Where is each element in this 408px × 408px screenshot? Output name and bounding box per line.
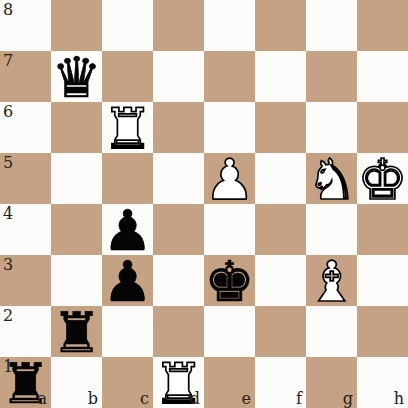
square-g8[interactable]	[306, 0, 357, 51]
file-label-h: h	[394, 391, 404, 407]
rank-label-4: 4	[3, 206, 13, 222]
square-b5[interactable]	[51, 153, 102, 204]
square-c5[interactable]	[102, 153, 153, 204]
file-label-c: c	[140, 391, 149, 407]
white-king-h5[interactable]: ♚	[357, 152, 407, 208]
square-a3[interactable]: 3	[0, 255, 51, 306]
rank-label-3: 3	[3, 257, 13, 273]
square-d4[interactable]	[153, 204, 204, 255]
square-c1[interactable]: c	[102, 357, 153, 408]
square-d1[interactable]: ♜d	[153, 357, 204, 408]
square-e8[interactable]	[204, 0, 255, 51]
square-h7[interactable]	[357, 51, 408, 102]
black-king-e3[interactable]: ♚	[204, 254, 254, 310]
file-label-b: b	[88, 391, 98, 407]
square-e1[interactable]: e	[204, 357, 255, 408]
square-e2[interactable]	[204, 306, 255, 357]
chess-board: 87♛6♜5♟♞♚4♟3♟♚♝2♜♜1abc♜defgh	[0, 0, 408, 408]
square-f8[interactable]	[255, 0, 306, 51]
square-h3[interactable]	[357, 255, 408, 306]
square-a2[interactable]: 2	[0, 306, 51, 357]
white-rook-c6[interactable]: ♜	[102, 101, 152, 157]
rank-label-6: 6	[3, 104, 13, 120]
file-label-g: g	[343, 391, 353, 407]
square-g4[interactable]	[306, 204, 357, 255]
square-f6[interactable]	[255, 102, 306, 153]
square-a5[interactable]: 5	[0, 153, 51, 204]
square-d6[interactable]	[153, 102, 204, 153]
square-e6[interactable]	[204, 102, 255, 153]
black-rook-a1[interactable]: ♜	[0, 356, 50, 408]
black-rook-b2[interactable]: ♜	[51, 305, 101, 361]
white-rook-d1[interactable]: ♜	[153, 356, 203, 408]
square-f2[interactable]	[255, 306, 306, 357]
square-b6[interactable]	[51, 102, 102, 153]
square-f7[interactable]	[255, 51, 306, 102]
square-d8[interactable]	[153, 0, 204, 51]
square-g6[interactable]	[306, 102, 357, 153]
square-e7[interactable]	[204, 51, 255, 102]
square-d5[interactable]	[153, 153, 204, 204]
square-h6[interactable]	[357, 102, 408, 153]
square-h2[interactable]	[357, 306, 408, 357]
square-e4[interactable]	[204, 204, 255, 255]
square-a8[interactable]: 8	[0, 0, 51, 51]
square-d3[interactable]	[153, 255, 204, 306]
square-b7[interactable]: ♛	[51, 51, 102, 102]
square-f3[interactable]	[255, 255, 306, 306]
file-label-e: e	[242, 391, 251, 407]
square-b1[interactable]: b	[51, 357, 102, 408]
square-h1[interactable]: h	[357, 357, 408, 408]
square-h5[interactable]: ♚	[357, 153, 408, 204]
square-f1[interactable]: f	[255, 357, 306, 408]
square-g7[interactable]	[306, 51, 357, 102]
square-a1[interactable]: ♜1a	[0, 357, 51, 408]
square-e5[interactable]: ♟	[204, 153, 255, 204]
square-h4[interactable]	[357, 204, 408, 255]
file-label-f: f	[296, 391, 302, 407]
square-g1[interactable]: g	[306, 357, 357, 408]
rank-label-2: 2	[3, 308, 13, 324]
black-pawn-c3[interactable]: ♟	[102, 254, 152, 310]
square-c7[interactable]	[102, 51, 153, 102]
square-c2[interactable]	[102, 306, 153, 357]
square-b2[interactable]: ♜	[51, 306, 102, 357]
white-bishop-g3[interactable]: ♝	[306, 254, 356, 310]
square-a4[interactable]: 4	[0, 204, 51, 255]
square-c6[interactable]: ♜	[102, 102, 153, 153]
square-a7[interactable]: 7	[0, 51, 51, 102]
square-b4[interactable]	[51, 204, 102, 255]
white-knight-g5[interactable]: ♞	[306, 152, 356, 208]
black-queen-b7[interactable]: ♛	[51, 50, 101, 106]
square-a6[interactable]: 6	[0, 102, 51, 153]
square-c3[interactable]: ♟	[102, 255, 153, 306]
white-pawn-e5[interactable]: ♟	[204, 152, 254, 208]
square-f4[interactable]	[255, 204, 306, 255]
square-c8[interactable]	[102, 0, 153, 51]
square-g2[interactable]	[306, 306, 357, 357]
square-g5[interactable]: ♞	[306, 153, 357, 204]
square-d2[interactable]	[153, 306, 204, 357]
square-d7[interactable]	[153, 51, 204, 102]
rank-label-8: 8	[3, 2, 13, 18]
rank-label-7: 7	[3, 53, 13, 69]
rank-label-5: 5	[3, 155, 13, 171]
square-e3[interactable]: ♚	[204, 255, 255, 306]
square-f5[interactable]	[255, 153, 306, 204]
square-b3[interactable]	[51, 255, 102, 306]
square-g3[interactable]: ♝	[306, 255, 357, 306]
square-h8[interactable]	[357, 0, 408, 51]
square-c4[interactable]: ♟	[102, 204, 153, 255]
square-b8[interactable]	[51, 0, 102, 51]
